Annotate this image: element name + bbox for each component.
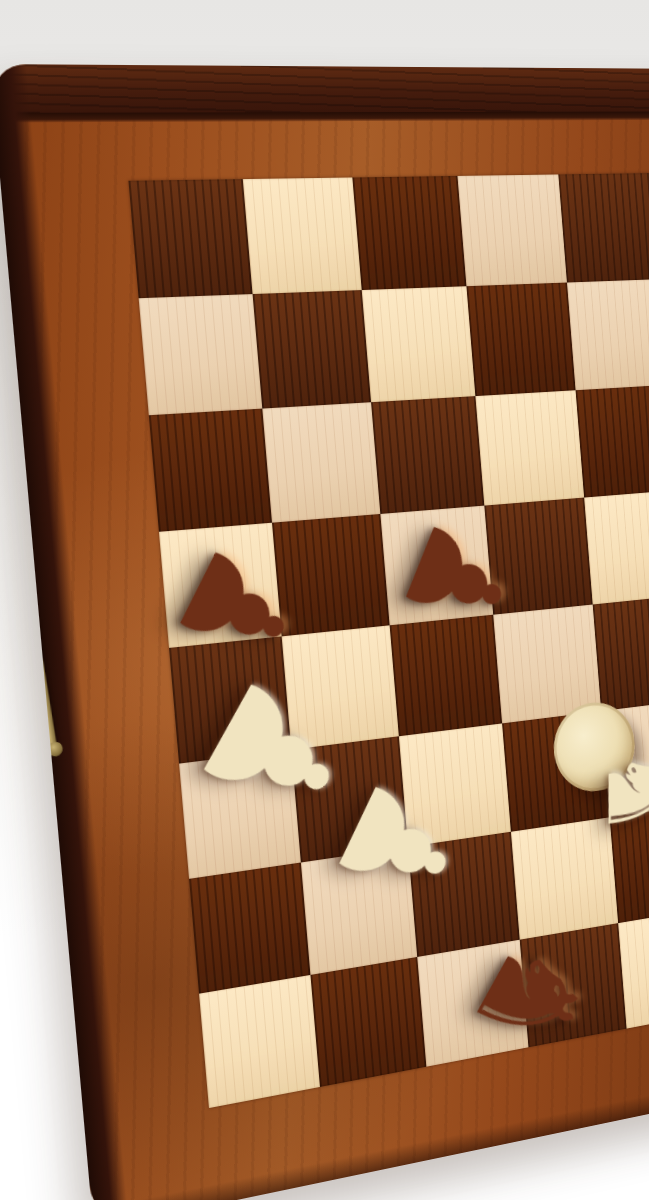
square-a1	[199, 975, 320, 1108]
photo-background: Folding wooden magnetic travel chess set…	[0, 0, 649, 1200]
square-b7	[253, 290, 371, 409]
square-b8	[243, 177, 362, 294]
clasp-center-knob	[11, 636, 31, 655]
square-b3	[291, 736, 408, 862]
chess-board: ♟♟♟♟♞♞	[128, 172, 649, 1108]
square-e4	[593, 595, 649, 711]
box-top-face	[0, 64, 649, 113]
square-d1	[520, 923, 627, 1047]
square-b1	[310, 957, 426, 1087]
square-b6	[262, 402, 380, 522]
square-d5	[484, 498, 592, 615]
square-c2	[408, 832, 520, 957]
square-a4	[169, 636, 291, 763]
square-b5	[272, 514, 390, 636]
square-d8	[457, 174, 567, 286]
square-a5	[159, 523, 282, 648]
square-c5	[380, 506, 493, 626]
square-d7	[466, 283, 575, 397]
square-e5	[584, 490, 649, 605]
square-a6	[149, 409, 272, 532]
square-c7	[362, 286, 476, 402]
square-a7	[139, 294, 263, 415]
square-c6	[371, 396, 484, 514]
square-d6	[475, 390, 584, 505]
square-c8	[352, 176, 466, 290]
square-a8	[128, 179, 252, 298]
square-b2	[301, 847, 417, 975]
square-e7	[567, 279, 649, 390]
square-b4	[282, 625, 399, 749]
square-a2	[189, 863, 310, 994]
square-c3	[399, 723, 511, 846]
square-a3	[179, 750, 301, 879]
square-c4	[390, 615, 502, 737]
box-left-edge	[0, 64, 129, 1200]
box-lid-seam	[0, 111, 649, 122]
square-d2	[511, 817, 618, 939]
chess-box: ♟♟♟♟♞♞	[0, 64, 649, 1200]
clasp-plate	[7, 625, 36, 667]
clasp-top-knob	[8, 527, 26, 545]
square-e6	[576, 385, 649, 498]
square-c1	[417, 940, 528, 1067]
square-e8	[558, 173, 649, 283]
